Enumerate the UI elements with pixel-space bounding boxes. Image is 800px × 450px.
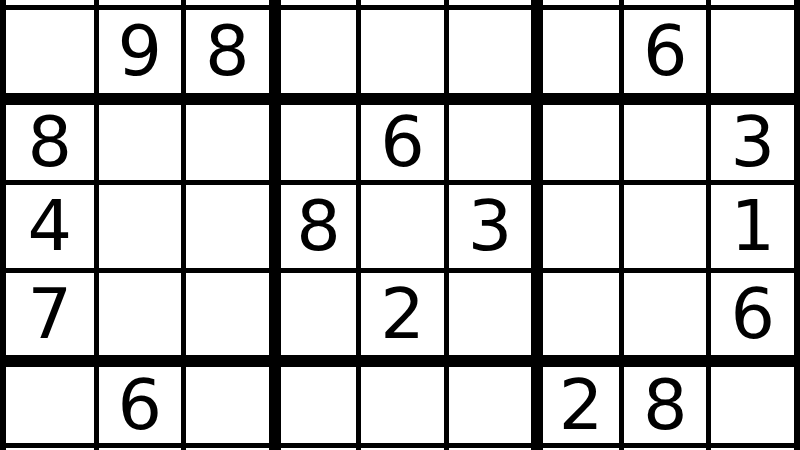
- cell-r2c6[interactable]: [531, 5, 619, 93]
- cell-r2c7[interactable]: 6: [619, 5, 707, 93]
- cell-r6c2[interactable]: [181, 355, 269, 443]
- cell-r2c1[interactable]: 9: [94, 5, 182, 93]
- cell-r3c7[interactable]: [619, 93, 707, 181]
- cell-r5c5[interactable]: [444, 268, 532, 356]
- cell-r7c7[interactable]: [619, 443, 707, 450]
- cell-r6c4[interactable]: [356, 355, 444, 443]
- cell-r7c8[interactable]: [706, 443, 794, 450]
- cell-r2c3[interactable]: [269, 5, 357, 93]
- cell-r5c4[interactable]: 2: [356, 268, 444, 356]
- cell-r3c3[interactable]: [269, 93, 357, 181]
- cell-r3c5[interactable]: [444, 93, 532, 181]
- cell-r3c1[interactable]: [94, 93, 182, 181]
- cell-r4c8[interactable]: 1: [706, 180, 794, 268]
- cell-r7c6[interactable]: [531, 443, 619, 450]
- cell-r4c1[interactable]: [94, 180, 182, 268]
- cell-r7c5[interactable]: [444, 443, 532, 450]
- cell-r2c5[interactable]: [444, 5, 532, 93]
- cell-r4c6[interactable]: [531, 180, 619, 268]
- cell-r2c0[interactable]: [6, 5, 94, 93]
- cell-r5c0[interactable]: 7: [6, 268, 94, 356]
- cell-r6c6[interactable]: 2: [531, 355, 619, 443]
- cell-r6c7[interactable]: 8: [619, 355, 707, 443]
- cell-r6c5[interactable]: [444, 355, 532, 443]
- sudoku-board-viewport: 9868634831726628: [0, 0, 800, 450]
- cell-r7c4[interactable]: [356, 443, 444, 450]
- cell-r4c0[interactable]: 4: [6, 180, 94, 268]
- cell-r5c3[interactable]: [269, 268, 357, 356]
- cell-r4c5[interactable]: 3: [444, 180, 532, 268]
- cell-r7c0[interactable]: [6, 443, 94, 450]
- cell-r5c2[interactable]: [181, 268, 269, 356]
- cell-r3c2[interactable]: [181, 93, 269, 181]
- cell-r4c3[interactable]: 8: [269, 180, 357, 268]
- cell-r6c1[interactable]: 6: [94, 355, 182, 443]
- cell-r7c1[interactable]: [94, 443, 182, 450]
- cell-r7c3[interactable]: [269, 443, 357, 450]
- cell-r5c6[interactable]: [531, 268, 619, 356]
- cell-r6c8[interactable]: [706, 355, 794, 443]
- cell-r4c7[interactable]: [619, 180, 707, 268]
- cell-r3c4[interactable]: 6: [356, 93, 444, 181]
- cell-r5c8[interactable]: 6: [706, 268, 794, 356]
- cell-r3c8[interactable]: 3: [706, 93, 794, 181]
- cell-r4c4[interactable]: [356, 180, 444, 268]
- cell-r2c2[interactable]: 8: [181, 5, 269, 93]
- cell-r5c1[interactable]: [94, 268, 182, 356]
- cell-r7c2[interactable]: [181, 443, 269, 450]
- cell-r6c0[interactable]: [6, 355, 94, 443]
- cell-r3c0[interactable]: 8: [6, 93, 94, 181]
- cell-r5c7[interactable]: [619, 268, 707, 356]
- cell-r2c8[interactable]: [706, 5, 794, 93]
- sudoku-grid: 9868634831726628: [0, 0, 800, 450]
- cell-r2c4[interactable]: [356, 5, 444, 93]
- cell-r6c3[interactable]: [269, 355, 357, 443]
- cell-r3c6[interactable]: [531, 93, 619, 181]
- cell-r4c2[interactable]: [181, 180, 269, 268]
